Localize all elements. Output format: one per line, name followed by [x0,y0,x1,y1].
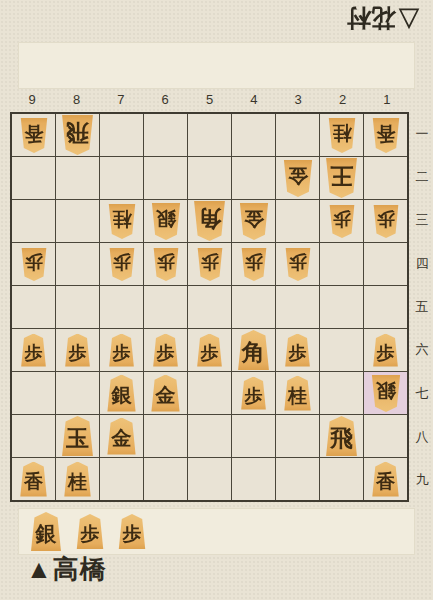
board-cell[interactable] [12,372,55,414]
board-cell[interactable]: 歩 [12,329,55,371]
shogi-diagram-page: { "game": "shogi", "players": { "gote_la… [0,0,433,600]
board-cell[interactable]: 香 [364,458,407,500]
shogi-piece-sente: 歩 [108,334,136,367]
board-cell[interactable]: 銀 [364,372,407,414]
board-cell[interactable] [12,157,55,199]
board-cell[interactable]: 飛 [56,114,99,156]
board-cell[interactable] [100,458,143,500]
board-cell[interactable] [232,286,275,328]
board-cell[interactable] [320,329,363,371]
shogi-piece-gote: 歩 [20,248,48,281]
shogi-piece-gote: 銀 [370,375,402,412]
shogi-piece-gote: 王 [324,158,359,198]
board-cell[interactable] [188,114,231,156]
board-cell[interactable] [188,372,231,414]
shogi-piece-gote: 歩 [284,248,312,281]
board-cell[interactable]: 香 [364,114,407,156]
board-cell[interactable] [144,286,187,328]
shogi-piece-gote: 歩 [152,248,180,281]
board-cell[interactable] [320,372,363,414]
gote-hand-tray [18,42,415,89]
board-cell[interactable]: 金 [276,157,319,199]
board-cell[interactable]: 銀 [100,372,143,414]
board-cell[interactable] [56,200,99,242]
shogi-piece-sente: 歩 [152,334,180,367]
board-cell[interactable] [56,157,99,199]
board-cell[interactable] [364,286,407,328]
shogi-piece-gote: 歩 [196,248,224,281]
board-cell[interactable]: 歩 [276,329,319,371]
board-cell[interactable] [232,415,275,457]
shogi-piece-sente[interactable]: 歩 [75,514,105,549]
shogi-piece-sente: 歩 [64,334,92,367]
board-cell[interactable] [144,458,187,500]
shogi-piece-sente[interactable]: 銀 [29,512,63,551]
board-cell[interactable] [232,114,275,156]
board-cell[interactable] [320,458,363,500]
board-cell[interactable]: 歩 [364,329,407,371]
coordinate-label: 三 [412,199,432,242]
coordinate-label: 6 [143,91,187,109]
sente-player-name: ▲高橋 [26,557,107,583]
shogi-piece-gote: 歩 [108,248,136,281]
board-cell[interactable]: 角 [232,329,275,371]
board-cell[interactable]: 飛 [320,415,363,457]
board-cell[interactable] [144,157,187,199]
board-cell[interactable]: 歩 [320,200,363,242]
board-cell[interactable]: 王 [320,157,363,199]
shogi-piece-gote: 香 [371,118,401,153]
board-cell[interactable] [320,286,363,328]
board-cell[interactable]: 歩 [144,243,187,285]
board-cell[interactable] [364,243,407,285]
board-cell[interactable]: 歩 [188,243,231,285]
board-cell[interactable]: 銀 [144,200,187,242]
board-cell[interactable] [232,458,275,500]
coordinate-label: 9 [10,91,54,109]
board-cell[interactable]: 香 [12,458,55,500]
board-cell[interactable]: 桂 [100,200,143,242]
coordinate-label: 4 [232,91,276,109]
shogi-piece-sente: 飛 [324,416,359,456]
coordinate-label: 九 [412,459,432,502]
shogi-piece-gote: 角 [192,201,227,241]
shogi-piece-gote: 桂 [327,118,357,153]
board-cell[interactable] [12,286,55,328]
board-cell[interactable]: 歩 [232,243,275,285]
coordinate-label: 7 [99,91,143,109]
file-coordinates: 987654321 [10,91,409,109]
board-cell[interactable] [56,372,99,414]
board-cell[interactable] [100,286,143,328]
shogi-piece-gote: 歩 [372,205,400,238]
board-cell[interactable]: 歩 [100,243,143,285]
shogi-piece-sente: 金 [150,375,182,412]
board-cell[interactable] [188,286,231,328]
coordinate-label: 二 [412,155,432,198]
shogi-piece-gote: 歩 [328,205,356,238]
board-cell[interactable] [320,243,363,285]
board-cell[interactable]: 桂 [320,114,363,156]
board-cell[interactable]: 歩 [188,329,231,371]
shogi-piece-sente: 金 [106,418,138,455]
board-cell[interactable]: 歩 [12,243,55,285]
board-cell[interactable] [276,415,319,457]
coordinate-label: 六 [412,329,432,372]
board-cell[interactable]: 玉 [56,415,99,457]
board-cell[interactable]: 金 [232,200,275,242]
shogi-piece-sente: 香 [19,462,49,497]
shogi-piece-gote: 歩 [240,248,268,281]
coordinate-label: 五 [412,285,432,328]
gote-player-name: △花村 [346,6,421,30]
shogi-piece-sente: 歩 [196,334,224,367]
board-cell[interactable]: 歩 [276,243,319,285]
board-cell[interactable]: 桂 [56,458,99,500]
coordinate-label: 8 [54,91,98,109]
shogi-piece-sente: 銀 [106,375,138,412]
board-cell[interactable] [12,200,55,242]
shogi-piece-sente: 歩 [240,377,268,410]
shogi-piece-gote: 金 [238,203,270,240]
board-cell[interactable] [12,415,55,457]
board-cell[interactable] [276,200,319,242]
shogi-board: 香飛桂香金王桂銀角金歩歩歩歩歩歩歩歩歩歩歩歩歩角歩歩銀金歩桂銀玉金飛香桂香 [10,112,409,502]
board-cell[interactable]: 歩 [364,200,407,242]
shogi-piece-sente: 歩 [20,334,48,367]
board-cell[interactable]: 金 [100,415,143,457]
shogi-piece-gote: 桂 [107,204,137,239]
board-cell[interactable] [100,114,143,156]
board-cell[interactable] [56,243,99,285]
shogi-piece-sente[interactable]: 歩 [117,514,147,549]
board-cell[interactable]: 香 [12,114,55,156]
coordinate-label: 八 [412,415,432,458]
board-cell[interactable]: 角 [188,200,231,242]
shogi-piece-gote: 香 [19,118,49,153]
coordinate-label: 一 [412,112,432,155]
board-cell[interactable] [188,157,231,199]
board-cell[interactable]: 歩 [232,372,275,414]
board-cell[interactable] [232,157,275,199]
shogi-piece-gote: 銀 [150,203,182,240]
board-cell[interactable] [144,114,187,156]
board-cell[interactable] [144,415,187,457]
shogi-piece-sente: 玉 [60,416,95,456]
board-cell[interactable] [56,286,99,328]
board-cell[interactable] [276,458,319,500]
board-cell[interactable] [364,157,407,199]
board-cell[interactable]: 桂 [276,372,319,414]
board-cell[interactable]: 歩 [100,329,143,371]
board-cell[interactable] [276,286,319,328]
shogi-piece-sente: 香 [371,462,401,497]
shogi-piece-sente: 歩 [284,334,312,367]
rank-coordinates: 一二三四五六七八九 [412,112,432,502]
coordinate-label: 四 [412,242,432,285]
shogi-piece-gote: 金 [282,160,314,197]
shogi-piece-sente: 歩 [372,334,400,367]
coordinate-label: 3 [276,91,320,109]
shogi-piece-sente: 桂 [283,376,313,411]
board-cell[interactable]: 歩 [144,329,187,371]
board-cell[interactable] [276,114,319,156]
board-cell[interactable]: 歩 [56,329,99,371]
shogi-piece-sente: 桂 [63,462,93,497]
board-cell[interactable] [364,415,407,457]
board-cell[interactable] [188,458,231,500]
sente-hand-tray: 銀歩歩 [18,508,415,555]
board-cell[interactable]: 金 [144,372,187,414]
coordinate-label: 1 [365,91,409,109]
coordinate-label: 七 [412,372,432,415]
board-cell[interactable] [188,415,231,457]
coordinate-label: 2 [320,91,364,109]
coordinate-label: 5 [187,91,231,109]
board-cell[interactable] [100,157,143,199]
shogi-piece-sente: 角 [236,330,271,370]
shogi-piece-gote: 飛 [60,115,95,155]
